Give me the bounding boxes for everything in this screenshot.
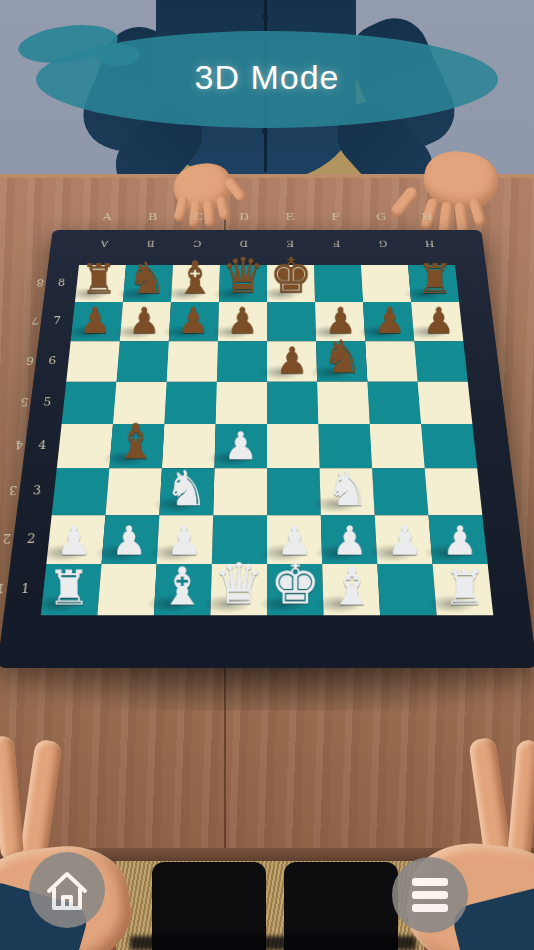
- rank-label-right-1: 1: [0, 581, 13, 596]
- square-f8[interactable]: [314, 265, 363, 302]
- square-d8[interactable]: ♛: [219, 265, 267, 302]
- square-a3[interactable]: [52, 468, 110, 515]
- black-knight-b8[interactable]: ♞: [128, 256, 167, 300]
- white-pawn-a2[interactable]: ♟: [56, 521, 92, 561]
- rank-label-left-1: 1: [13, 581, 38, 596]
- square-g6[interactable]: [365, 341, 417, 382]
- file-label-bottom-G: G: [371, 211, 391, 223]
- black-king-e8[interactable]: ♚: [269, 251, 312, 300]
- file-label-top-G: G: [373, 239, 393, 248]
- white-pawn-c2[interactable]: ♟: [166, 521, 202, 561]
- black-rook-a8[interactable]: ♜: [81, 259, 118, 300]
- file-label-top-F: F: [327, 239, 347, 248]
- rank-label-right-6: 6: [19, 355, 41, 367]
- file-label-top-C: C: [188, 239, 208, 248]
- rank-label-left-2: 2: [19, 531, 43, 545]
- square-g4[interactable]: [370, 424, 425, 468]
- file-label-top-H: H: [419, 239, 439, 248]
- square-f5[interactable]: [317, 381, 370, 423]
- black-pawn-b7[interactable]: ♟: [128, 303, 160, 339]
- square-e4[interactable]: [267, 424, 320, 468]
- square-h6[interactable]: [414, 341, 468, 382]
- shirt-button: [262, 14, 268, 20]
- file-label-bottom-E: E: [280, 211, 299, 223]
- white-bishop-f1[interactable]: ♝: [329, 561, 376, 613]
- rank-label-left-8: 8: [51, 277, 72, 288]
- chess-board-frame: ♜♞♝♛♚♜♟♟♟♟♟♟♟♟♞♝♟♞♞♟♟♟♟♟♟♟♜♝♛♚♝♜ AABBCCD…: [0, 230, 534, 668]
- square-f1[interactable]: ♝: [322, 564, 380, 615]
- black-rook-h8[interactable]: ♜: [417, 259, 454, 300]
- white-bishop-c1[interactable]: ♝: [159, 561, 206, 613]
- game-screen: 3D Mode ♜♞♝♛♚♜♟♟♟♟♟♟♟♟♞♝♟♞♞♟♟♟♟♟♟♟♜♝♛♚♝♜…: [0, 0, 534, 950]
- square-c1[interactable]: ♝: [154, 564, 212, 615]
- white-queen-d1[interactable]: ♛: [213, 556, 264, 613]
- rank-label-right-5: 5: [13, 396, 36, 408]
- rank-label-right-8: 8: [30, 277, 51, 288]
- file-label-bottom-D: D: [235, 211, 254, 223]
- square-h1[interactable]: ♜: [432, 564, 493, 615]
- white-pawn-g2[interactable]: ♟: [387, 521, 423, 561]
- black-pawn-c7[interactable]: ♟: [177, 303, 209, 339]
- black-pawn-g7[interactable]: ♟: [374, 303, 406, 339]
- white-pawn-f2[interactable]: ♟: [332, 521, 368, 561]
- file-label-top-A: A: [94, 239, 114, 248]
- square-c3[interactable]: ♞: [159, 468, 214, 515]
- square-b7[interactable]: ♟: [120, 302, 171, 341]
- white-knight-c3[interactable]: ♞: [165, 464, 208, 513]
- square-b8[interactable]: ♞: [123, 265, 173, 302]
- square-b4[interactable]: ♝: [109, 424, 164, 468]
- square-c6[interactable]: [167, 341, 218, 382]
- file-label-bottom-C: C: [189, 211, 208, 223]
- shirt-button: [262, 128, 268, 134]
- file-label-bottom-H: H: [417, 211, 437, 223]
- chess-board-scene: ♜♞♝♛♚♜♟♟♟♟♟♟♟♟♞♝♟♞♞♟♟♟♟♟♟♟♜♝♛♚♝♜ AABBCCD…: [0, 228, 534, 668]
- file-label-bottom-B: B: [143, 211, 163, 223]
- square-a1[interactable]: ♜: [41, 564, 102, 615]
- square-h8[interactable]: ♜: [408, 265, 459, 302]
- square-h3[interactable]: [425, 468, 483, 515]
- white-pawn-h2[interactable]: ♟: [442, 521, 478, 561]
- black-bishop-b4[interactable]: ♝: [114, 417, 157, 466]
- rank-label-right-2: 2: [0, 531, 19, 545]
- mode-banner-label: 3D Mode: [0, 58, 534, 97]
- menu-icon: [412, 876, 448, 915]
- square-e5[interactable]: [267, 381, 318, 423]
- black-queen-d8[interactable]: ♛: [221, 251, 264, 300]
- file-label-top-D: D: [234, 239, 253, 248]
- square-b6[interactable]: [116, 341, 168, 382]
- file-label-top-E: E: [281, 239, 300, 248]
- square-d4[interactable]: ♟: [214, 424, 267, 468]
- square-c8[interactable]: ♝: [171, 265, 220, 302]
- square-h4[interactable]: [421, 424, 477, 468]
- square-c5[interactable]: [164, 381, 217, 423]
- file-label-bottom-F: F: [326, 211, 345, 223]
- white-rook-a1[interactable]: ♜: [47, 564, 90, 612]
- square-g7[interactable]: ♟: [363, 302, 414, 341]
- square-d3[interactable]: [213, 468, 267, 515]
- square-g3[interactable]: [372, 468, 428, 515]
- square-f3[interactable]: ♞: [320, 468, 375, 515]
- rank-label-left-3: 3: [25, 484, 49, 497]
- rank-label-right-3: 3: [1, 484, 25, 497]
- white-pawn-d4[interactable]: ♟: [224, 427, 258, 465]
- white-king-e1[interactable]: ♚: [270, 556, 321, 613]
- square-e8[interactable]: ♚: [267, 265, 315, 302]
- square-d5[interactable]: [216, 381, 267, 423]
- square-h5[interactable]: [418, 381, 473, 423]
- square-c7[interactable]: ♟: [169, 302, 219, 341]
- square-a5[interactable]: [62, 381, 117, 423]
- square-e1[interactable]: ♚: [267, 564, 324, 615]
- black-pawn-d7[interactable]: ♟: [227, 303, 259, 339]
- black-pawn-a7[interactable]: ♟: [79, 303, 111, 339]
- rank-label-left-6: 6: [41, 355, 63, 367]
- menu-button[interactable]: [392, 857, 468, 933]
- black-bishop-c8[interactable]: ♝: [175, 255, 214, 300]
- square-h7[interactable]: ♟: [411, 302, 463, 341]
- square-a7[interactable]: ♟: [71, 302, 123, 341]
- floor-shadow: [130, 936, 416, 950]
- black-pawn-e6[interactable]: ♟: [276, 342, 309, 379]
- white-rook-h1[interactable]: ♜: [443, 564, 486, 612]
- square-g5[interactable]: [367, 381, 421, 423]
- home-button[interactable]: [29, 852, 105, 928]
- square-d1[interactable]: ♛: [210, 564, 267, 615]
- board-grid: ♜♞♝♛♚♜♟♟♟♟♟♟♟♟♞♝♟♞♞♟♟♟♟♟♟♟♜♝♛♚♝♜: [41, 265, 493, 615]
- file-label-bottom-A: A: [97, 211, 117, 223]
- rank-label-left-7: 7: [46, 315, 67, 326]
- square-f6[interactable]: ♞: [316, 341, 367, 382]
- home-icon: [44, 868, 90, 912]
- rank-label-left-5: 5: [36, 396, 58, 408]
- rank-label-right-4: 4: [7, 439, 30, 452]
- black-knight-f6[interactable]: ♞: [322, 334, 362, 380]
- rank-label-right-7: 7: [24, 315, 46, 326]
- square-a6[interactable]: [66, 341, 120, 382]
- file-label-top-B: B: [141, 239, 161, 248]
- white-pawn-b2[interactable]: ♟: [111, 521, 147, 561]
- white-knight-f3[interactable]: ♞: [326, 464, 369, 513]
- square-h2[interactable]: ♟: [428, 515, 487, 564]
- square-d7[interactable]: ♟: [218, 302, 267, 341]
- rank-label-left-4: 4: [31, 439, 54, 452]
- black-pawn-h7[interactable]: ♟: [423, 303, 455, 339]
- square-e7[interactable]: [267, 302, 316, 341]
